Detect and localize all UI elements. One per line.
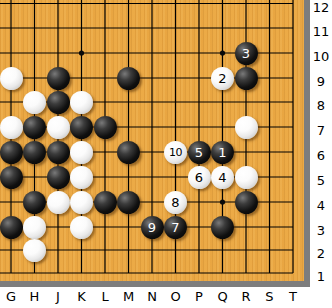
move-number: 7 (171, 221, 179, 234)
col-label-K: K (70, 289, 94, 305)
stone-H8[interactable] (23, 91, 46, 114)
col-label-G: G (0, 289, 23, 305)
col-label-L: L (93, 289, 117, 305)
col-label-J: J (46, 289, 70, 305)
stone-Q6[interactable]: 1 (211, 141, 234, 164)
move-number: 3 (242, 47, 250, 60)
row-label-4: 4 (308, 199, 332, 213)
board-edge-right (304, 0, 310, 287)
stone-R9[interactable] (235, 67, 258, 90)
row-label-5: 5 (308, 174, 332, 188)
col-label-N: N (140, 289, 164, 305)
stone-H3[interactable] (23, 216, 46, 239)
stone-H6[interactable] (23, 141, 46, 164)
stone-K6[interactable] (70, 141, 93, 164)
stone-Q9[interactable]: 2 (211, 67, 234, 90)
row-label-11: 11 (308, 25, 332, 39)
stone-R5[interactable] (235, 166, 258, 189)
go-board[interactable]: 32105164897 (0, 0, 304, 281)
col-label-P: P (187, 289, 211, 305)
stone-K3[interactable] (70, 216, 93, 239)
col-label-Q: Q (211, 289, 235, 305)
col-label-M: M (117, 289, 141, 305)
stone-J9[interactable] (47, 67, 70, 90)
move-number: 9 (148, 221, 156, 234)
stone-Q3[interactable] (211, 216, 234, 239)
row-label-8: 8 (308, 99, 332, 113)
stone-G3[interactable] (0, 216, 23, 239)
stone-G7[interactable] (0, 116, 23, 139)
stone-K8[interactable] (70, 91, 93, 114)
stone-J8[interactable] (47, 91, 70, 114)
board-grid (0, 0, 304, 281)
col-label-O: O (164, 289, 188, 305)
stone-J5[interactable] (47, 166, 70, 189)
board-edge-bottom (0, 281, 310, 287)
move-number: 5 (195, 146, 203, 159)
stone-G6[interactable] (0, 141, 23, 164)
stone-O3[interactable]: 7 (164, 216, 187, 239)
row-label-12: 12 (308, 1, 332, 15)
move-number: 10 (169, 147, 182, 158)
stone-H7[interactable] (23, 116, 46, 139)
col-label-T: T (281, 289, 305, 305)
row-label-9: 9 (308, 75, 332, 89)
star-point (220, 199, 225, 204)
row-label-7: 7 (308, 124, 332, 138)
stone-P6[interactable]: 5 (188, 141, 211, 164)
col-label-S: S (258, 289, 282, 305)
move-number: 4 (218, 171, 226, 184)
stone-J4[interactable] (47, 191, 70, 214)
stone-N3[interactable]: 9 (141, 216, 164, 239)
stone-R7[interactable] (235, 116, 258, 139)
row-label-10: 10 (308, 50, 332, 64)
stone-Q5[interactable]: 4 (211, 166, 234, 189)
star-point (220, 50, 225, 55)
move-number: 1 (218, 146, 226, 159)
stone-P5[interactable]: 6 (188, 166, 211, 189)
star-point (79, 50, 84, 55)
stone-K5[interactable] (70, 166, 93, 189)
col-label-H: H (23, 289, 47, 305)
col-label-R: R (234, 289, 258, 305)
row-label-2: 2 (308, 247, 332, 261)
stone-O4[interactable]: 8 (164, 191, 187, 214)
row-label-1: 1 (308, 270, 332, 284)
stone-R4[interactable] (235, 191, 258, 214)
stone-H2[interactable] (23, 239, 46, 262)
stone-J7[interactable] (47, 116, 70, 139)
stone-L7[interactable] (94, 116, 117, 139)
stone-L4[interactable] (94, 191, 117, 214)
row-label-6: 6 (308, 149, 332, 163)
stone-M4[interactable] (117, 191, 140, 214)
stone-O6[interactable]: 10 (164, 141, 187, 164)
move-number: 2 (218, 72, 226, 85)
stone-K4[interactable] (70, 191, 93, 214)
move-number: 6 (195, 171, 203, 184)
stone-M6[interactable] (117, 141, 140, 164)
go-diagram: 32105164897 GHJKLMNOPQRST 12111098765432… (0, 0, 332, 308)
stone-R10[interactable]: 3 (235, 42, 258, 65)
move-number: 8 (171, 196, 179, 209)
stone-K7[interactable] (70, 116, 93, 139)
stone-M9[interactable] (117, 67, 140, 90)
stone-G5[interactable] (0, 166, 23, 189)
row-label-3: 3 (308, 224, 332, 238)
stone-H4[interactable] (23, 191, 46, 214)
stone-J6[interactable] (47, 141, 70, 164)
stone-G9[interactable] (0, 67, 23, 90)
